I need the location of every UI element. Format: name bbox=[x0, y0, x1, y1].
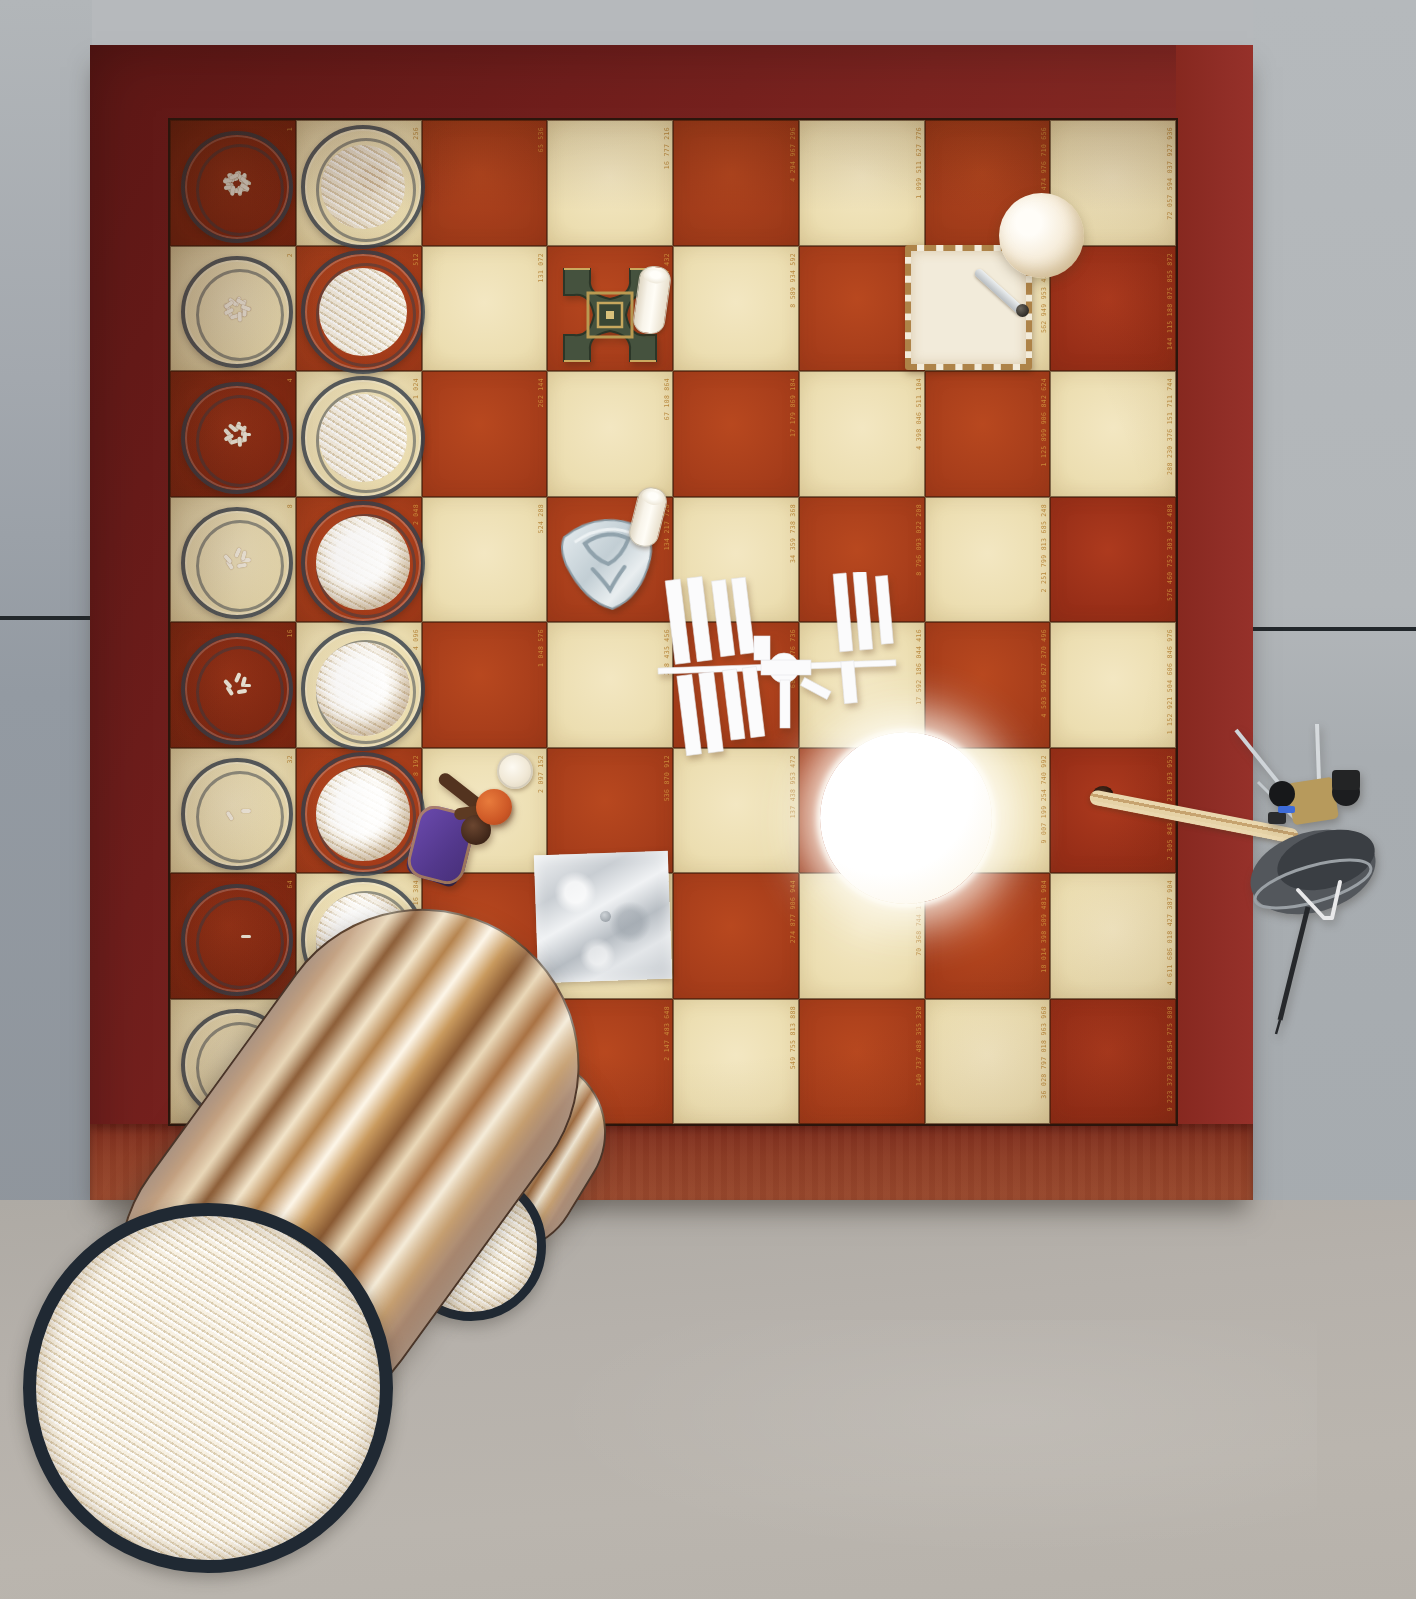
voyager-spacecraft-model[interactable] bbox=[1228, 722, 1416, 1042]
rice-tube-large-mouth bbox=[23, 1203, 393, 1573]
pearl-sphere[interactable] bbox=[999, 193, 1084, 278]
background-seam-line-right bbox=[1253, 627, 1416, 631]
rice-vial-c3[interactable] bbox=[497, 753, 533, 789]
rice-vial-d5[interactable] bbox=[626, 484, 670, 549]
background-left-panel bbox=[0, 0, 92, 1260]
background-seam-line-left bbox=[0, 616, 92, 620]
basketball-player-figurine[interactable] bbox=[398, 775, 516, 887]
basketball bbox=[476, 789, 512, 825]
scene: 125665 53616 777 2164 294 967 2961 099 5… bbox=[0, 0, 1416, 1599]
iss-space-station-model[interactable] bbox=[656, 572, 912, 758]
hammered-silver-foil-sheet[interactable] bbox=[534, 851, 672, 984]
pin-head bbox=[1016, 304, 1029, 317]
